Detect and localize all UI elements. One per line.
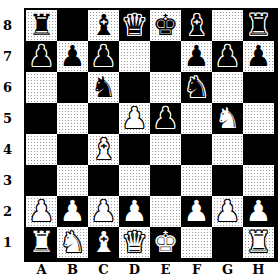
white-pawn: ♟ — [60, 196, 86, 227]
square-f5[interactable] — [181, 103, 212, 134]
square-h6[interactable] — [243, 72, 274, 103]
white-queen: ♛ — [122, 227, 148, 258]
square-h1[interactable]: ♜ — [243, 227, 274, 258]
square-c8[interactable]: ♝ — [88, 10, 119, 41]
square-d2[interactable]: ♟ — [119, 196, 150, 227]
rank-label-2: 2 — [0, 196, 24, 227]
square-c6[interactable]: ♞ — [88, 72, 119, 103]
black-bishop: ♝ — [91, 10, 117, 41]
file-label-e: E — [150, 262, 181, 278]
square-c2[interactable]: ♟ — [88, 196, 119, 227]
square-b7[interactable]: ♟ — [57, 41, 88, 72]
square-c3[interactable] — [88, 165, 119, 196]
white-rook: ♜ — [29, 227, 55, 258]
square-d8[interactable]: ♛ — [119, 10, 150, 41]
square-d6[interactable] — [119, 72, 150, 103]
square-e1[interactable]: ♚ — [150, 227, 181, 258]
square-e5[interactable]: ♟ — [150, 103, 181, 134]
square-g1[interactable] — [212, 227, 243, 258]
white-knight: ♞ — [215, 103, 241, 134]
black-bishop: ♝ — [184, 10, 210, 41]
square-g2[interactable]: ♟ — [212, 196, 243, 227]
square-d1[interactable]: ♛ — [119, 227, 150, 258]
square-f7[interactable]: ♟ — [181, 41, 212, 72]
white-king: ♚ — [153, 227, 179, 258]
rank-label-4: 4 — [0, 134, 24, 165]
square-e2[interactable] — [150, 196, 181, 227]
rank-label-8: 8 — [0, 10, 24, 41]
square-b1[interactable]: ♞ — [57, 227, 88, 258]
square-a4[interactable] — [26, 134, 57, 165]
file-label-b: B — [57, 262, 88, 278]
square-b4[interactable] — [57, 134, 88, 165]
black-knight: ♞ — [184, 72, 210, 103]
square-f3[interactable] — [181, 165, 212, 196]
white-pawn: ♟ — [184, 196, 210, 227]
black-rook: ♜ — [246, 10, 272, 41]
square-e3[interactable] — [150, 165, 181, 196]
square-c5[interactable] — [88, 103, 119, 134]
white-pawn: ♟ — [91, 196, 117, 227]
square-h4[interactable] — [243, 134, 274, 165]
square-a7[interactable]: ♟ — [26, 41, 57, 72]
square-h5[interactable] — [243, 103, 274, 134]
rank-labels: 87654321 — [0, 8, 24, 262]
square-e6[interactable] — [150, 72, 181, 103]
black-knight: ♞ — [91, 72, 117, 103]
black-pawn: ♟ — [215, 41, 241, 72]
square-e4[interactable] — [150, 134, 181, 165]
file-label-d: D — [119, 262, 150, 278]
square-a3[interactable] — [26, 165, 57, 196]
square-f4[interactable] — [181, 134, 212, 165]
square-f2[interactable]: ♟ — [181, 196, 212, 227]
rank-label-3: 3 — [0, 165, 24, 196]
square-g4[interactable] — [212, 134, 243, 165]
square-f1[interactable] — [181, 227, 212, 258]
square-e7[interactable] — [150, 41, 181, 72]
rank-label-5: 5 — [0, 103, 24, 134]
square-b2[interactable]: ♟ — [57, 196, 88, 227]
square-e8[interactable]: ♚ — [150, 10, 181, 41]
square-g5[interactable]: ♞ — [212, 103, 243, 134]
square-c1[interactable]: ♝ — [88, 227, 119, 258]
file-label-h: H — [243, 262, 274, 278]
rank-label-7: 7 — [0, 41, 24, 72]
square-b5[interactable] — [57, 103, 88, 134]
square-g3[interactable] — [212, 165, 243, 196]
white-pawn: ♟ — [246, 196, 272, 227]
chess-board: ♜♝♛♚♝♜♟♟♟♟♟♟♞♞♟♟♞♝♟♟♟♟♟♟♟♜♞♝♛♚♜ — [24, 8, 278, 262]
black-pawn: ♟ — [153, 103, 179, 134]
white-knight: ♞ — [60, 227, 86, 258]
black-pawn: ♟ — [29, 41, 55, 72]
file-label-f: F — [181, 262, 212, 278]
square-f8[interactable]: ♝ — [181, 10, 212, 41]
square-b6[interactable] — [57, 72, 88, 103]
square-h8[interactable]: ♜ — [243, 10, 274, 41]
square-h2[interactable]: ♟ — [243, 196, 274, 227]
square-a8[interactable]: ♜ — [26, 10, 57, 41]
square-d3[interactable] — [119, 165, 150, 196]
file-labels: ABCDEFGH — [24, 262, 278, 280]
square-c7[interactable]: ♟ — [88, 41, 119, 72]
square-a2[interactable]: ♟ — [26, 196, 57, 227]
square-d7[interactable] — [119, 41, 150, 72]
black-pawn: ♟ — [60, 41, 86, 72]
black-pawn: ♟ — [184, 41, 210, 72]
square-b3[interactable] — [57, 165, 88, 196]
white-pawn: ♟ — [122, 103, 148, 134]
rank-label-1: 1 — [0, 227, 24, 258]
square-g7[interactable]: ♟ — [212, 41, 243, 72]
white-bishop: ♝ — [91, 227, 117, 258]
white-bishop: ♝ — [91, 134, 117, 165]
square-a1[interactable]: ♜ — [26, 227, 57, 258]
file-label-a: A — [26, 262, 57, 278]
square-g8[interactable] — [212, 10, 243, 41]
square-h3[interactable] — [243, 165, 274, 196]
black-rook: ♜ — [29, 10, 55, 41]
square-c4[interactable]: ♝ — [88, 134, 119, 165]
black-queen: ♛ — [122, 10, 148, 41]
white-rook: ♜ — [246, 227, 272, 258]
black-pawn: ♟ — [91, 41, 117, 72]
square-d4[interactable] — [119, 134, 150, 165]
square-a5[interactable] — [26, 103, 57, 134]
square-a6[interactable] — [26, 72, 57, 103]
white-pawn: ♟ — [29, 196, 55, 227]
black-king: ♚ — [153, 10, 179, 41]
square-d5[interactable]: ♟ — [119, 103, 150, 134]
white-pawn: ♟ — [215, 196, 241, 227]
square-b8[interactable] — [57, 10, 88, 41]
rank-label-6: 6 — [0, 72, 24, 103]
black-pawn: ♟ — [246, 41, 272, 72]
square-g6[interactable] — [212, 72, 243, 103]
file-label-c: C — [88, 262, 119, 278]
square-h7[interactable]: ♟ — [243, 41, 274, 72]
file-label-g: G — [212, 262, 243, 278]
square-f6[interactable]: ♞ — [181, 72, 212, 103]
chess-board-diagram: 87654321 ♜♝♛♚♝♜♟♟♟♟♟♟♞♞♟♟♞♝♟♟♟♟♟♟♟♜♞♝♛♚♜… — [0, 0, 280, 280]
white-pawn: ♟ — [122, 196, 148, 227]
